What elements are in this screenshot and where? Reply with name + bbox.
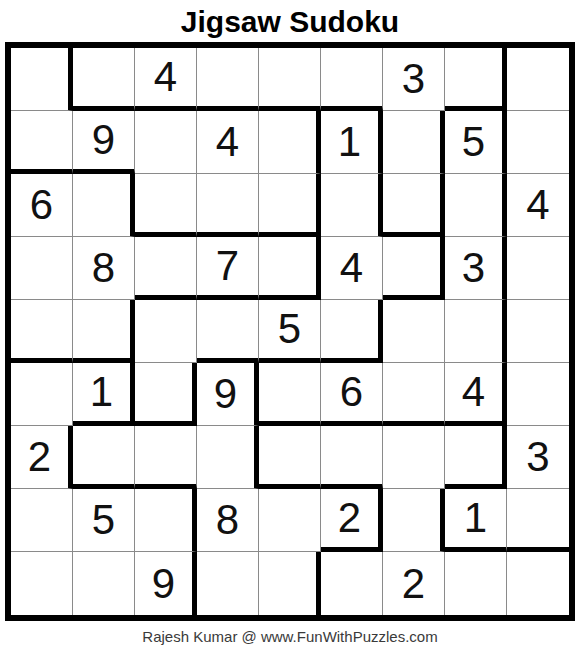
cell-r7c5[interactable] — [259, 426, 321, 489]
cell-r4c8[interactable]: 3 — [445, 237, 507, 300]
cell-r3c5[interactable] — [259, 174, 321, 237]
cell-r9c8[interactable] — [445, 552, 507, 615]
cell-r9c6[interactable] — [321, 552, 383, 615]
cell-r7c3[interactable] — [135, 426, 197, 489]
cell-r8c5[interactable] — [259, 489, 321, 552]
cell-r1c2[interactable] — [73, 48, 135, 111]
cell-r6c2[interactable]: 1 — [73, 363, 135, 426]
cell-r9c2[interactable] — [73, 552, 135, 615]
cell-r6c3[interactable] — [135, 363, 197, 426]
cell-r3c3[interactable] — [135, 174, 197, 237]
cell-r4c4[interactable]: 7 — [197, 237, 259, 300]
cell-r8c4[interactable]: 8 — [197, 489, 259, 552]
sudoku-board: 4394156487435196423582192 — [5, 42, 575, 621]
cell-r7c7[interactable] — [383, 426, 445, 489]
cell-r2c5[interactable] — [259, 111, 321, 174]
cell-r1c9[interactable] — [507, 48, 569, 111]
jigsaw-sudoku-page: Jigsaw Sudoku 4394156487435196423582192 … — [0, 0, 580, 645]
cell-r7c1[interactable]: 2 — [11, 426, 73, 489]
cell-r4c6[interactable]: 4 — [321, 237, 383, 300]
cell-r8c2[interactable]: 5 — [73, 489, 135, 552]
cell-r9c9[interactable] — [507, 552, 569, 615]
cell-r8c1[interactable] — [11, 489, 73, 552]
cell-r2c7[interactable] — [383, 111, 445, 174]
cell-r5c5[interactable]: 5 — [259, 300, 321, 363]
cell-r6c7[interactable] — [383, 363, 445, 426]
cell-r1c5[interactable] — [259, 48, 321, 111]
cell-r7c9[interactable]: 3 — [507, 426, 569, 489]
cell-r8c6[interactable]: 2 — [321, 489, 383, 552]
cell-r9c1[interactable] — [11, 552, 73, 615]
cell-r5c8[interactable] — [445, 300, 507, 363]
cell-r7c6[interactable] — [321, 426, 383, 489]
cell-r5c3[interactable] — [135, 300, 197, 363]
cell-r6c4[interactable]: 9 — [197, 363, 259, 426]
cell-r3c1[interactable]: 6 — [11, 174, 73, 237]
cell-r8c3[interactable] — [135, 489, 197, 552]
cell-r1c4[interactable] — [197, 48, 259, 111]
cell-r4c9[interactable] — [507, 237, 569, 300]
credit-text: Rajesh Kumar @ www.FunWithPuzzles.com — [0, 628, 580, 645]
cell-r3c2[interactable] — [73, 174, 135, 237]
cell-r5c2[interactable] — [73, 300, 135, 363]
cell-r4c2[interactable]: 8 — [73, 237, 135, 300]
cell-r2c6[interactable]: 1 — [321, 111, 383, 174]
cell-r3c7[interactable] — [383, 174, 445, 237]
cell-r4c5[interactable] — [259, 237, 321, 300]
cell-r1c8[interactable] — [445, 48, 507, 111]
cell-r9c4[interactable] — [197, 552, 259, 615]
cell-r3c4[interactable] — [197, 174, 259, 237]
cell-r9c5[interactable] — [259, 552, 321, 615]
cell-r1c6[interactable] — [321, 48, 383, 111]
board-wrapper: 4394156487435196423582192 — [0, 42, 580, 621]
cell-r8c8[interactable]: 1 — [445, 489, 507, 552]
cell-r4c1[interactable] — [11, 237, 73, 300]
cell-r2c8[interactable]: 5 — [445, 111, 507, 174]
cell-r5c1[interactable] — [11, 300, 73, 363]
cell-r3c8[interactable] — [445, 174, 507, 237]
cell-r2c1[interactable] — [11, 111, 73, 174]
cell-r3c6[interactable] — [321, 174, 383, 237]
cell-r6c6[interactable]: 6 — [321, 363, 383, 426]
cell-r7c8[interactable] — [445, 426, 507, 489]
cell-r7c4[interactable] — [197, 426, 259, 489]
cell-r3c9[interactable]: 4 — [507, 174, 569, 237]
cell-r7c2[interactable] — [73, 426, 135, 489]
cell-r8c9[interactable] — [507, 489, 569, 552]
cell-r8c7[interactable] — [383, 489, 445, 552]
puzzle-title: Jigsaw Sudoku — [0, 0, 580, 40]
cell-r6c1[interactable] — [11, 363, 73, 426]
cell-r5c9[interactable] — [507, 300, 569, 363]
cell-r5c4[interactable] — [197, 300, 259, 363]
cell-r1c7[interactable]: 3 — [383, 48, 445, 111]
cell-r2c2[interactable]: 9 — [73, 111, 135, 174]
cell-r1c1[interactable] — [11, 48, 73, 111]
cell-r9c3[interactable]: 9 — [135, 552, 197, 615]
cell-r2c4[interactable]: 4 — [197, 111, 259, 174]
cell-r6c9[interactable] — [507, 363, 569, 426]
cell-r2c3[interactable] — [135, 111, 197, 174]
cell-r6c5[interactable] — [259, 363, 321, 426]
cell-r9c7[interactable]: 2 — [383, 552, 445, 615]
cell-r2c9[interactable] — [507, 111, 569, 174]
cell-r4c7[interactable] — [383, 237, 445, 300]
cell-r4c3[interactable] — [135, 237, 197, 300]
cell-r6c8[interactable]: 4 — [445, 363, 507, 426]
cell-r5c6[interactable] — [321, 300, 383, 363]
cell-r1c3[interactable]: 4 — [135, 48, 197, 111]
cell-r5c7[interactable] — [383, 300, 445, 363]
